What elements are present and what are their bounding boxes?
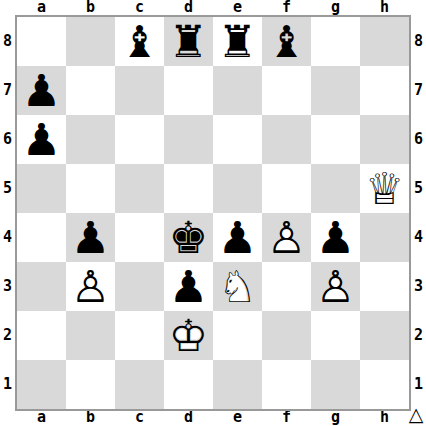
white-pawn-icon: ♙ <box>71 262 110 311</box>
white-pawn-icon: ♙ <box>267 213 306 262</box>
square-d5[interactable] <box>164 164 213 213</box>
file-label-bottom-d: d <box>164 410 213 425</box>
square-a7[interactable]: ♟ <box>17 66 66 115</box>
piece-black-pawn-g4[interactable]: ♟ <box>311 213 360 262</box>
black-bishop-icon: ♝ <box>267 17 306 66</box>
square-f5[interactable] <box>262 164 311 213</box>
black-bishop-icon: ♝ <box>120 17 159 66</box>
square-a2[interactable] <box>17 311 66 360</box>
square-e2[interactable] <box>213 311 262 360</box>
square-e5[interactable] <box>213 164 262 213</box>
file-label-bottom-c: c <box>115 410 164 425</box>
square-d6[interactable] <box>164 115 213 164</box>
file-label-bottom-b: b <box>66 410 115 425</box>
white-knight-icon: ♘ <box>218 262 257 311</box>
file-label-top-f: f <box>262 0 311 15</box>
square-c6[interactable] <box>115 115 164 164</box>
black-rook-icon: ♜ <box>169 17 208 66</box>
chess-board[interactable]: ♝♜♜♝♟♟♛♕♟♚♟♟♙♟♟♙♟♞♘♟♙♚♔ <box>15 15 411 411</box>
rank-labels-left: 87654321 <box>0 17 15 409</box>
square-b4[interactable]: ♟ <box>66 213 115 262</box>
piece-black-bishop-c8[interactable]: ♝ <box>115 17 164 66</box>
square-h7[interactable] <box>360 66 409 115</box>
square-a6[interactable]: ♟ <box>17 115 66 164</box>
rank-label-right-2: 2 <box>411 311 426 360</box>
file-label-top-h: h <box>360 0 409 15</box>
file-label-top-g: g <box>311 0 360 15</box>
rank-label-left-2: 2 <box>0 311 15 360</box>
square-c5[interactable] <box>115 164 164 213</box>
square-g6[interactable] <box>311 115 360 164</box>
rank-label-left-6: 6 <box>0 115 15 164</box>
square-e4[interactable]: ♟ <box>213 213 262 262</box>
black-pawn-icon: ♟ <box>22 115 61 164</box>
square-c4[interactable] <box>115 213 164 262</box>
square-g4[interactable]: ♟ <box>311 213 360 262</box>
white-to-move-triangle-icon: △ <box>406 402 426 426</box>
black-pawn-icon: ♟ <box>218 213 257 262</box>
square-e7[interactable] <box>213 66 262 115</box>
rank-label-left-5: 5 <box>0 164 15 213</box>
rank-label-right-8: 8 <box>411 17 426 66</box>
black-pawn-icon: ♟ <box>22 66 61 115</box>
square-e1[interactable] <box>213 360 262 409</box>
piece-black-pawn-a7[interactable]: ♟ <box>17 66 66 115</box>
square-a5[interactable] <box>17 164 66 213</box>
piece-white-pawn-g3[interactable]: ♟♙ <box>311 262 360 311</box>
square-d8[interactable]: ♜ <box>164 17 213 66</box>
square-h4[interactable] <box>360 213 409 262</box>
square-g5[interactable] <box>311 164 360 213</box>
square-a4[interactable] <box>17 213 66 262</box>
piece-black-rook-d8[interactable]: ♜ <box>164 17 213 66</box>
square-c3[interactable] <box>115 262 164 311</box>
square-a1[interactable] <box>17 360 66 409</box>
rank-label-left-7: 7 <box>0 66 15 115</box>
file-label-top-a: a <box>17 0 66 15</box>
square-h3[interactable] <box>360 262 409 311</box>
square-d1[interactable] <box>164 360 213 409</box>
piece-white-king-d2[interactable]: ♚♔ <box>164 311 213 360</box>
square-b7[interactable] <box>66 66 115 115</box>
square-d2[interactable]: ♚♔ <box>164 311 213 360</box>
square-h5[interactable]: ♛♕ <box>360 164 409 213</box>
square-g2[interactable] <box>311 311 360 360</box>
rank-label-right-7: 7 <box>411 66 426 115</box>
piece-white-knight-e3[interactable]: ♞♘ <box>213 262 262 311</box>
square-b2[interactable] <box>66 311 115 360</box>
square-f4[interactable]: ♟♙ <box>262 213 311 262</box>
piece-black-pawn-a6[interactable]: ♟ <box>17 115 66 164</box>
square-f1[interactable] <box>262 360 311 409</box>
square-b5[interactable] <box>66 164 115 213</box>
square-f6[interactable] <box>262 115 311 164</box>
square-c8[interactable]: ♝ <box>115 17 164 66</box>
piece-black-pawn-e4[interactable]: ♟ <box>213 213 262 262</box>
square-e8[interactable]: ♜ <box>213 17 262 66</box>
black-pawn-icon: ♟ <box>71 213 110 262</box>
piece-white-pawn-b3[interactable]: ♟♙ <box>66 262 115 311</box>
square-g3[interactable]: ♟♙ <box>311 262 360 311</box>
file-label-top-b: b <box>66 0 115 15</box>
square-f3[interactable] <box>262 262 311 311</box>
square-e6[interactable] <box>213 115 262 164</box>
square-g7[interactable] <box>311 66 360 115</box>
black-king-icon: ♚ <box>169 213 208 262</box>
square-g8[interactable] <box>311 17 360 66</box>
black-pawn-icon: ♟ <box>316 213 355 262</box>
rank-label-left-4: 4 <box>0 213 15 262</box>
square-d7[interactable] <box>164 66 213 115</box>
rank-label-left-8: 8 <box>0 17 15 66</box>
rank-label-left-3: 3 <box>0 262 15 311</box>
square-f7[interactable] <box>262 66 311 115</box>
piece-black-king-d4[interactable]: ♚ <box>164 213 213 262</box>
piece-black-pawn-b4[interactable]: ♟ <box>66 213 115 262</box>
square-b8[interactable] <box>66 17 115 66</box>
square-a8[interactable] <box>17 17 66 66</box>
piece-black-rook-e8[interactable]: ♜ <box>213 17 262 66</box>
square-d3[interactable]: ♟ <box>164 262 213 311</box>
rank-label-right-4: 4 <box>411 213 426 262</box>
piece-white-queen-h5[interactable]: ♛♕ <box>360 164 409 213</box>
file-label-top-d: d <box>164 0 213 15</box>
square-b3[interactable]: ♟♙ <box>66 262 115 311</box>
rank-label-right-5: 5 <box>411 164 426 213</box>
rank-label-left-1: 1 <box>0 360 15 409</box>
square-h8[interactable] <box>360 17 409 66</box>
white-king-icon: ♔ <box>169 311 208 360</box>
square-h2[interactable] <box>360 311 409 360</box>
rank-labels-right: 87654321 <box>411 17 426 409</box>
rank-label-right-3: 3 <box>411 262 426 311</box>
file-labels-bottom: abcdefgh <box>17 410 409 425</box>
square-b1[interactable] <box>66 360 115 409</box>
square-f2[interactable] <box>262 311 311 360</box>
square-b6[interactable] <box>66 115 115 164</box>
square-h1[interactable] <box>360 360 409 409</box>
file-label-bottom-a: a <box>17 410 66 425</box>
file-label-top-c: c <box>115 0 164 15</box>
file-labels-top: abcdefgh <box>17 0 409 15</box>
piece-black-pawn-d3[interactable]: ♟ <box>164 262 213 311</box>
square-d4[interactable]: ♚ <box>164 213 213 262</box>
file-label-top-e: e <box>213 0 262 15</box>
white-queen-icon: ♕ <box>365 164 404 213</box>
file-label-bottom-e: e <box>213 410 262 425</box>
file-label-bottom-h: h <box>360 410 409 425</box>
square-e3[interactable]: ♞♘ <box>213 262 262 311</box>
square-g1[interactable] <box>311 360 360 409</box>
rank-label-right-6: 6 <box>411 115 426 164</box>
piece-white-pawn-f4[interactable]: ♟♙ <box>262 213 311 262</box>
black-rook-icon: ♜ <box>218 17 257 66</box>
chess-diagram: abcdefgh abcdefgh 87654321 87654321 ♝♜♜♝… <box>0 0 426 426</box>
black-pawn-icon: ♟ <box>169 262 208 311</box>
file-label-bottom-f: f <box>262 410 311 425</box>
square-c1[interactable] <box>115 360 164 409</box>
file-label-bottom-g: g <box>311 410 360 425</box>
square-h6[interactable] <box>360 115 409 164</box>
white-pawn-icon: ♙ <box>316 262 355 311</box>
square-a3[interactable] <box>17 262 66 311</box>
piece-black-bishop-f8[interactable]: ♝ <box>262 17 311 66</box>
square-c7[interactable] <box>115 66 164 115</box>
square-c2[interactable] <box>115 311 164 360</box>
square-f8[interactable]: ♝ <box>262 17 311 66</box>
